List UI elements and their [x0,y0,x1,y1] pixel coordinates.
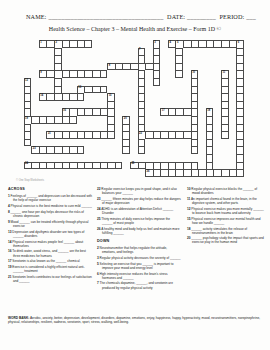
grid-cell[interactable] [130,63,138,71]
grid-cell[interactable] [46,93,54,101]
grid-cell[interactable] [183,162,191,170]
clue-column-middle: 22 Regular exercise keeps you in good sh… [97,187,181,291]
grid-cell[interactable] [175,55,183,63]
grid-cell[interactable]: 24 [24,162,32,170]
grid-cell[interactable]: 1 [39,40,47,48]
grid-cell[interactable] [24,108,32,116]
grid-cell[interactable] [31,162,39,170]
clue-number: 23 [33,147,36,150]
grid-cell[interactable] [100,70,108,78]
grid-cell[interactable]: 19 [24,116,32,124]
grid-cell[interactable]: 2 [54,40,62,48]
grid-cell[interactable] [62,146,70,154]
clue-item: 20 ______ psychology study the impact th… [187,236,265,244]
grid-cell[interactable] [236,116,244,124]
grid-cell[interactable] [122,146,130,154]
grid-cell[interactable] [236,86,244,94]
grid-cell[interactable] [236,169,244,177]
grid-cell[interactable] [221,78,229,86]
grid-cell[interactable] [145,63,153,71]
clue-column-right: 10 Regular physical exercise blocks the … [187,187,265,246]
grid-cell[interactable]: 6 [236,40,244,48]
grid-cell[interactable] [221,40,229,48]
grid-cell[interactable] [236,101,244,109]
grid-cell[interactable] [62,116,70,124]
grid-cell[interactable] [175,70,183,78]
grid-cell[interactable] [206,154,214,162]
grid-cell[interactable] [54,55,62,63]
grid-cell[interactable] [236,162,244,170]
grid-cell[interactable] [236,93,244,101]
grid-cell[interactable] [145,131,153,139]
grid-cell[interactable] [69,40,77,48]
clue-number: 15 [109,94,112,97]
grid-cell[interactable] [229,169,237,177]
crossword-grid: 1234567891011121314151617181920212223242… [16,40,251,177]
grid-cell[interactable] [168,108,176,116]
grid-cell[interactable] [160,131,168,139]
clue-number: 20 [124,117,127,120]
grid-cell[interactable] [138,55,146,63]
grid-cell[interactable] [213,40,221,48]
worksheet-page: NAME:___________________________________… [0,0,270,350]
grid-cell[interactable] [198,169,206,177]
grid-cell[interactable] [221,124,229,132]
grid-cell[interactable] [46,116,54,124]
grid-cell[interactable] [236,154,244,162]
grid-cell[interactable]: 5 [175,40,183,48]
clue-item: 13 Depression and dysthymic disorder are… [8,230,93,238]
grid-cell[interactable] [191,131,199,139]
grid-cell[interactable]: 20 [122,116,130,124]
grid-cell[interactable] [138,101,146,109]
grid-cell[interactable] [206,131,214,139]
grid-cell[interactable]: 11 [221,70,229,78]
grid-cell[interactable] [31,116,39,124]
grid-cell[interactable] [191,86,199,94]
word-bank-label: WORD BANK: [8,316,29,320]
grid-cell[interactable] [115,63,123,71]
grid-cell[interactable]: 9 [39,70,47,78]
grid-cell[interactable] [54,162,62,170]
worksheet-header: NAME:___________________________________… [26,13,266,20]
grid-cell[interactable] [54,146,62,154]
clue-number: 24 [25,162,28,165]
worksheet-title: Health Science – Chapter 3 – Mental Heal… [0,26,270,32]
clue-number: 7 [139,48,140,51]
grid-cell[interactable] [236,70,244,78]
grid-cell[interactable]: 7 [138,48,146,56]
grid-cell[interactable] [92,162,100,170]
grid-cell[interactable] [183,40,191,48]
grid-cell[interactable]: 8 [107,63,115,71]
grid-cell[interactable] [122,124,130,132]
grid-cell[interactable]: 3 [153,40,161,48]
grid-cell[interactable] [206,146,214,154]
grid-cell[interactable] [191,162,199,170]
grid-cell[interactable] [221,93,229,101]
grid-cell[interactable] [54,93,62,101]
name-line: ____________________________________ [48,13,163,20]
grid-cell[interactable] [84,108,92,116]
grid-cell[interactable] [107,116,115,124]
grid-cell[interactable] [138,108,146,116]
grid-cell[interactable] [175,108,183,116]
grid-cell[interactable] [77,93,85,101]
clue-number: 6 [238,41,239,44]
grid-cell[interactable] [236,139,244,147]
grid-cell[interactable] [206,162,214,170]
clue-item: 7 The chemicals dopamine, ______, and se… [97,281,181,289]
grid-cell[interactable] [221,131,229,139]
clue-column-left: ACROSS 1 Feelings of ______ and depressi… [8,187,93,285]
clue-number: 22 [139,132,142,135]
grid-cell[interactable] [206,40,214,48]
down-clues-1: 2 Neurotransmitter that helps regulate t… [97,246,181,290]
grid-cell[interactable]: 21 [46,131,54,139]
grid-cell[interactable] [221,86,229,94]
grid-cell[interactable] [24,86,32,94]
across-clues-1: 1 Feelings of ______ and depression can … [8,194,93,283]
clue-number: 19 [25,117,28,120]
clue-item: 11 An important chemical found in the br… [187,197,265,205]
grid-cell[interactable]: 10 [191,70,199,78]
grid-cell[interactable] [138,162,146,170]
grid-cell[interactable] [92,131,100,139]
grid-cell[interactable] [54,116,62,124]
grid-cell[interactable] [54,48,62,56]
clue-item: 12 Physical exercise makes you more ment… [187,207,265,215]
clue-item: 25 Thirty minutes of daily exercise help… [97,217,181,225]
grid-cell[interactable]: 4 [168,40,176,48]
grid-cell[interactable] [191,139,199,147]
grid-cell[interactable] [77,131,85,139]
grid-cell[interactable] [160,169,168,177]
grid-cell[interactable] [213,169,221,177]
grid-cell[interactable] [84,40,92,48]
clue-item: 23 ______ fifteen minutes per day helps … [97,197,181,205]
grid-cell[interactable] [69,93,77,101]
grid-cell[interactable] [24,101,32,109]
grid-cell[interactable] [24,93,32,101]
grid-cell[interactable] [77,108,85,116]
grid-cell[interactable] [62,40,70,48]
clue-number: 8 [109,64,110,67]
period-line: ___ [246,13,256,20]
grid-cell[interactable] [206,169,214,177]
grid-cell[interactable] [77,162,85,170]
grid-cell[interactable] [221,169,229,177]
grid-cell[interactable] [138,146,146,154]
clue-number: 14 [40,94,43,97]
grid-cell[interactable] [54,131,62,139]
across-clues-2: 22 Regular exercise keeps you in good sh… [97,187,181,235]
grid-cell[interactable] [191,93,199,101]
grid-cell[interactable] [236,146,244,154]
grid-cell[interactable] [153,169,161,177]
word-bank-words: Aerobic, anxiety, better, depression, de… [8,316,260,324]
down-heading: DOWN [97,239,181,244]
grid-cell[interactable] [175,48,183,56]
grid-cell[interactable] [145,162,153,170]
grid-cell[interactable] [191,108,199,116]
grid-cell[interactable]: 25 [130,162,138,170]
grid-cell[interactable]: 22 [138,131,146,139]
grid-cell[interactable]: 17 [160,108,168,116]
grid-cell[interactable] [191,101,199,109]
grid-cell[interactable]: 14 [39,93,47,101]
clue-item: 17 Serotonin is also known as the ______… [8,259,93,263]
name-label: NAME: [26,13,46,20]
grid-cell[interactable] [183,169,191,177]
clue-number: 13 [78,86,81,89]
grid-cell[interactable] [84,162,92,170]
grid-cell[interactable] [24,131,32,139]
grid-cell[interactable] [168,162,176,170]
grid-cell[interactable] [122,139,130,147]
grid-cell[interactable] [206,116,214,124]
clue-item: 19 Exercise is considered a highly effic… [8,265,93,273]
clue-item: 22 Regular exercise keeps you in good sh… [97,187,181,195]
grid-cell[interactable] [62,131,70,139]
grid-cell[interactable] [69,162,77,170]
grid-cell[interactable] [153,162,161,170]
grid-cell[interactable] [236,108,244,116]
grid-cell[interactable] [191,169,199,177]
grid-cell[interactable] [236,63,244,71]
grid-cell[interactable] [183,108,191,116]
grid-cell[interactable] [77,40,85,48]
grid-cell[interactable] [138,93,146,101]
grid-cell[interactable] [229,40,237,48]
grid-cell[interactable] [138,70,146,78]
clue-item: 15 Physical exercise improves our mental… [187,217,265,225]
grid-cell[interactable] [153,55,161,63]
clue-item: 5 Selecting an exercise that you ______ … [97,262,181,270]
grid-cell[interactable] [138,78,146,86]
grid-cell[interactable] [236,78,244,86]
clue-item: 3 Regular physical activity decreases th… [97,256,181,260]
clue-number: 4 [169,41,170,44]
grid-cell[interactable] [84,131,92,139]
clue-number: 26 [147,170,150,173]
grid-cell[interactable] [138,116,146,124]
grid-cell[interactable] [69,131,77,139]
grid-cell[interactable] [236,55,244,63]
clue-number: 1 [40,41,41,44]
grid-cell[interactable] [115,162,123,170]
across-heading: ACROSS [8,187,93,192]
clue-item: 4 Physical exercise is the best medicine… [8,204,93,208]
grid-cell[interactable] [107,101,115,109]
grid-cell[interactable] [107,124,115,132]
grid-cell[interactable] [198,40,206,48]
grid-cell[interactable]: 16 [62,108,70,116]
grid-cell[interactable] [206,139,214,147]
grid-cell[interactable] [39,162,47,170]
date-label: DATE: [167,13,185,20]
grid-cell[interactable] [175,131,183,139]
grid-cell[interactable] [153,131,161,139]
grid-cell[interactable] [122,131,130,139]
grid-cell[interactable] [191,40,199,48]
grid-cell[interactable] [168,131,176,139]
period-label: PERIOD: [220,13,245,20]
grid-cell[interactable] [191,78,199,86]
grid-cell[interactable] [39,146,47,154]
clue-number: 25 [131,162,134,165]
grid-cell[interactable] [54,63,62,71]
clue-item: 26 A healthy mind and body help us feel … [97,227,181,235]
grid-cell[interactable] [92,70,100,78]
grid-cell[interactable] [46,146,54,154]
grid-cell[interactable] [153,70,161,78]
clue-item: 21 Serotonin levels contributes to our f… [8,275,93,283]
grid-cell[interactable] [77,70,85,78]
grid-cell[interactable] [46,70,54,78]
grid-cell[interactable] [206,124,214,132]
grid-cell[interactable] [46,40,54,48]
grid-cell[interactable] [221,108,229,116]
clue-item: 2 Neurotransmitter that helps regulate t… [97,246,181,254]
grid-cell[interactable]: 23 [31,146,39,154]
clue-item: 16 To drink water, avoid stress, and ___… [8,249,93,257]
grid-cell[interactable] [236,131,244,139]
grid-cell[interactable] [236,124,244,132]
grid-cell[interactable] [69,70,77,78]
grid-cell[interactable] [107,162,115,170]
clue-number: 21 [48,132,51,135]
grid-cell[interactable] [62,162,70,170]
grid-cell[interactable] [153,63,161,71]
grid-cell[interactable] [138,63,146,71]
grid-cell[interactable] [24,139,32,147]
grid-cell[interactable]: 18 [206,108,214,116]
grid-cell[interactable] [175,169,183,177]
grid-cell[interactable] [160,162,168,170]
grid-cell[interactable] [122,63,130,71]
clue-number: 11 [223,71,226,74]
grid-cell[interactable] [138,139,146,147]
grid-cell[interactable] [77,146,85,154]
grid-cell[interactable] [92,108,100,116]
grid-cell[interactable] [107,108,115,116]
grid-cell[interactable] [100,86,108,94]
grid-cell[interactable] [100,108,108,116]
grid-cell[interactable] [46,162,54,170]
grid-cell[interactable] [138,124,146,132]
grid-cell[interactable] [138,86,146,94]
grid-cell[interactable] [62,93,70,101]
clue-number: 10 [192,71,195,74]
grid-cell[interactable] [221,101,229,109]
clue-number: 17 [162,109,165,112]
grid-cell[interactable] [84,70,92,78]
clue-number: 2 [55,41,56,44]
grid-cell[interactable] [191,146,199,154]
grid-cell[interactable] [24,124,32,132]
grid-cell[interactable] [54,78,62,86]
grid-cell[interactable] [183,131,191,139]
clue-number: 3 [154,41,155,44]
grid-cell[interactable] [92,86,100,94]
date-line: _________ [187,13,216,20]
grid-cell[interactable]: 12 [24,78,32,86]
clue-item: 18 ______ activity stimulates the releas… [187,227,265,235]
clue-item: 24 ADHD is an abbreviation of Attention … [97,207,181,215]
clue-item: 9 Mood ______ can be treated efficiently… [8,220,93,228]
grid-cell[interactable] [39,116,47,124]
credit-line: © One Stop Worksheets [16,179,44,182]
grid-cell[interactable] [221,116,229,124]
clue-number: 12 [25,79,28,82]
clue-number: 18 [207,109,210,112]
grid-cell[interactable]: 15 [107,93,115,101]
grid-cell[interactable] [100,131,108,139]
grid-cell[interactable] [107,131,115,139]
grid-cell[interactable] [62,70,70,78]
clue-item: 8 ______ one hour per day helps decrease… [8,210,93,218]
grid-cell[interactable] [153,48,161,56]
grid-cell[interactable] [168,169,176,177]
grid-cell[interactable] [175,162,183,170]
grid-cell[interactable] [69,146,77,154]
clue-item: 1 Feelings of ______ and depression can … [8,194,93,202]
grid-cell[interactable] [69,116,77,124]
grid-cell[interactable]: 13 [77,86,85,94]
grid-cell[interactable]: 26 [145,169,153,177]
grid-cell[interactable] [84,86,92,94]
word-bank: WORD BANK: Aerobic, anxiety, better, dep… [8,316,264,325]
grid-cell[interactable] [236,48,244,56]
grid-cell[interactable] [191,116,199,124]
clue-number: 5 [177,41,178,44]
down-clues-2: 10 Regular physical exercise blocks the … [187,187,265,245]
grid-cell[interactable] [54,86,62,94]
grid-cell[interactable] [175,63,183,71]
clue-number: 16 [63,109,66,112]
grid-cell[interactable] [100,162,108,170]
clue-item: 6 High intensity exercise reduces the br… [97,272,181,280]
clue-item: 10 Regular physical exercise blocks the … [187,187,265,195]
grid-cell[interactable] [191,124,199,132]
clue-number: 9 [40,71,41,74]
grid-cell[interactable] [54,70,62,78]
grid-cell[interactable] [69,108,77,116]
grid-cell[interactable] [153,78,161,86]
clue-item: 14 Physical exercise makes people feel _… [8,240,93,248]
